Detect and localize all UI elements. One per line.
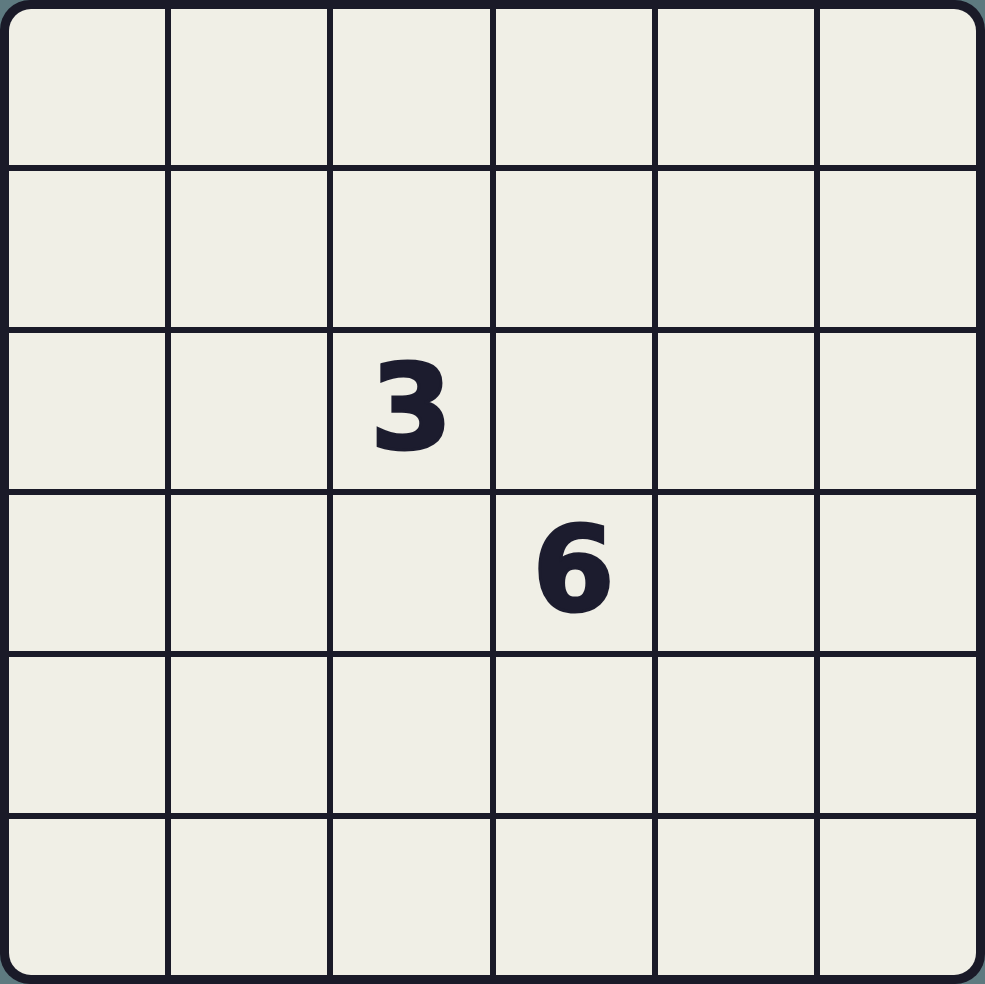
cell-r4c2[interactable] [171, 495, 327, 651]
cell-r4c6[interactable] [820, 495, 976, 651]
cell-r3c5[interactable] [658, 333, 814, 489]
cell-r1c4[interactable] [496, 9, 652, 165]
puzzle-board: 36 [0, 0, 985, 984]
cell-r1c5[interactable] [658, 9, 814, 165]
cell-r4c3[interactable] [333, 495, 489, 651]
cell-r1c1[interactable] [9, 9, 165, 165]
cell-r1c3[interactable] [333, 9, 489, 165]
cell-r2c6[interactable] [820, 171, 976, 327]
cell-r5c3[interactable] [333, 657, 489, 813]
cell-r6c1[interactable] [9, 819, 165, 975]
cell-r1c2[interactable] [171, 9, 327, 165]
cell-r2c2[interactable] [171, 171, 327, 327]
cell-r6c4[interactable] [496, 819, 652, 975]
cell-r3c1[interactable] [9, 333, 165, 489]
cell-r6c5[interactable] [658, 819, 814, 975]
given-digit: 3 [370, 348, 452, 466]
cell-r4c1[interactable] [9, 495, 165, 651]
cell-r1c6[interactable] [820, 9, 976, 165]
cell-r5c4[interactable] [496, 657, 652, 813]
cell-r5c2[interactable] [171, 657, 327, 813]
given-digit: 6 [533, 510, 615, 628]
cell-r5c1[interactable] [9, 657, 165, 813]
cell-r5c6[interactable] [820, 657, 976, 813]
cell-r6c6[interactable] [820, 819, 976, 975]
cell-r3c2[interactable] [171, 333, 327, 489]
cell-r2c4[interactable] [496, 171, 652, 327]
cell-r3c3[interactable]: 3 [333, 333, 489, 489]
cell-r3c4[interactable] [496, 333, 652, 489]
cell-r3c6[interactable] [820, 333, 976, 489]
cell-r4c5[interactable] [658, 495, 814, 651]
cell-r5c5[interactable] [658, 657, 814, 813]
cell-r2c1[interactable] [9, 171, 165, 327]
cell-r6c2[interactable] [171, 819, 327, 975]
cell-r2c3[interactable] [333, 171, 489, 327]
cell-r4c4[interactable]: 6 [496, 495, 652, 651]
cell-r6c3[interactable] [333, 819, 489, 975]
cell-r2c5[interactable] [658, 171, 814, 327]
